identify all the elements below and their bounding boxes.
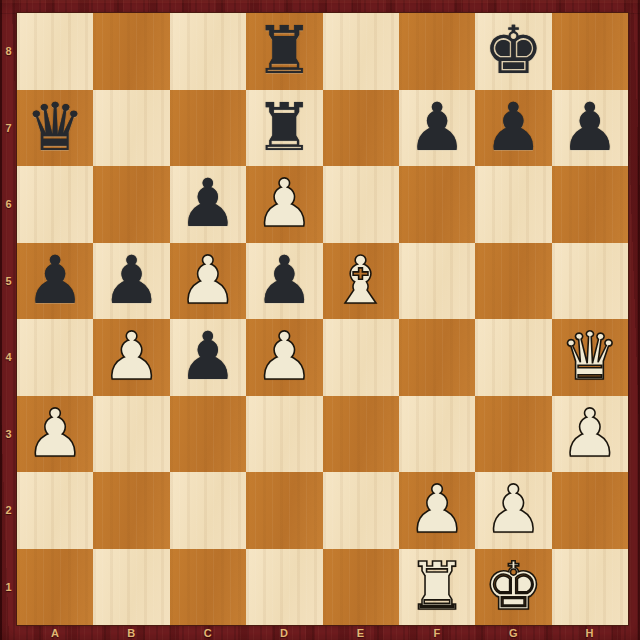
square-f5[interactable] [399, 243, 475, 320]
square-e6[interactable] [323, 166, 399, 243]
square-h7[interactable]: ♟ [552, 90, 628, 167]
square-d3[interactable] [246, 396, 322, 473]
black-king[interactable]: ♚ [484, 13, 543, 89]
file-label-c: C [170, 625, 246, 640]
rank-label-8: 8 [0, 13, 17, 90]
square-d5[interactable]: ♟ [246, 243, 322, 320]
square-e7[interactable] [323, 90, 399, 167]
square-a3[interactable]: ♟ [17, 396, 93, 473]
square-a4[interactable] [17, 319, 93, 396]
square-c7[interactable] [170, 90, 246, 167]
white-pawn[interactable]: ♟ [255, 319, 314, 395]
square-h8[interactable] [552, 13, 628, 90]
square-f1[interactable]: ♜ [399, 549, 475, 626]
square-d2[interactable] [246, 472, 322, 549]
square-c6[interactable]: ♟ [170, 166, 246, 243]
white-pawn[interactable]: ♟ [255, 166, 314, 242]
rank-label-2: 2 [0, 472, 17, 549]
square-g5[interactable] [475, 243, 551, 320]
chess-board-frame: ♜♚♛♜♟♟♟♟♟♟♟♟♟♝♟♟♟♛♟♟♟♟♜♚ 87654321 ABCDEF… [0, 0, 640, 640]
square-b6[interactable] [93, 166, 169, 243]
white-rook[interactable]: ♜ [407, 549, 466, 625]
file-label-d: D [246, 625, 322, 640]
square-c4[interactable]: ♟ [170, 319, 246, 396]
white-pawn[interactable]: ♟ [26, 396, 85, 472]
black-queen[interactable]: ♛ [26, 90, 85, 166]
white-pawn[interactable]: ♟ [407, 472, 466, 548]
square-b3[interactable] [93, 396, 169, 473]
black-pawn[interactable]: ♟ [560, 90, 619, 166]
square-e5[interactable]: ♝ [323, 243, 399, 320]
square-f3[interactable] [399, 396, 475, 473]
black-pawn[interactable]: ♟ [178, 166, 237, 242]
square-e1[interactable] [323, 549, 399, 626]
square-h4[interactable]: ♛ [552, 319, 628, 396]
square-h1[interactable] [552, 549, 628, 626]
rank-label-6: 6 [0, 166, 17, 243]
square-b7[interactable] [93, 90, 169, 167]
square-h6[interactable] [552, 166, 628, 243]
white-bishop[interactable]: ♝ [331, 243, 390, 319]
square-h3[interactable]: ♟ [552, 396, 628, 473]
white-pawn[interactable]: ♟ [560, 396, 619, 472]
square-b8[interactable] [93, 13, 169, 90]
square-c1[interactable] [170, 549, 246, 626]
black-rook[interactable]: ♜ [255, 13, 314, 89]
black-pawn[interactable]: ♟ [255, 243, 314, 319]
square-b4[interactable]: ♟ [93, 319, 169, 396]
square-f8[interactable] [399, 13, 475, 90]
square-g3[interactable] [475, 396, 551, 473]
file-label-e: E [323, 625, 399, 640]
square-d8[interactable]: ♜ [246, 13, 322, 90]
square-g6[interactable] [475, 166, 551, 243]
black-pawn[interactable]: ♟ [484, 90, 543, 166]
square-g2[interactable]: ♟ [475, 472, 551, 549]
white-queen[interactable]: ♛ [560, 319, 619, 395]
square-e4[interactable] [323, 319, 399, 396]
square-d1[interactable] [246, 549, 322, 626]
square-e8[interactable] [323, 13, 399, 90]
square-b1[interactable] [93, 549, 169, 626]
black-rook[interactable]: ♜ [255, 90, 314, 166]
square-d7[interactable]: ♜ [246, 90, 322, 167]
square-g7[interactable]: ♟ [475, 90, 551, 167]
square-f7[interactable]: ♟ [399, 90, 475, 167]
file-label-h: H [552, 625, 628, 640]
file-label-f: F [399, 625, 475, 640]
rank-label-1: 1 [0, 549, 17, 626]
square-c5[interactable]: ♟ [170, 243, 246, 320]
chess-board: ♜♚♛♜♟♟♟♟♟♟♟♟♟♝♟♟♟♛♟♟♟♟♜♚ [17, 13, 628, 625]
square-c8[interactable] [170, 13, 246, 90]
rank-label-4: 4 [0, 319, 17, 396]
square-h5[interactable] [552, 243, 628, 320]
white-pawn[interactable]: ♟ [178, 243, 237, 319]
square-h2[interactable] [552, 472, 628, 549]
white-pawn[interactable]: ♟ [102, 319, 161, 395]
square-e2[interactable] [323, 472, 399, 549]
rank-labels: 87654321 [0, 13, 17, 625]
square-a8[interactable] [17, 13, 93, 90]
file-label-a: A [17, 625, 93, 640]
black-pawn[interactable]: ♟ [178, 319, 237, 395]
square-a2[interactable] [17, 472, 93, 549]
square-c3[interactable] [170, 396, 246, 473]
file-labels: ABCDEFGH [17, 625, 628, 640]
square-a5[interactable]: ♟ [17, 243, 93, 320]
square-a6[interactable] [17, 166, 93, 243]
square-f2[interactable]: ♟ [399, 472, 475, 549]
square-g4[interactable] [475, 319, 551, 396]
black-pawn[interactable]: ♟ [26, 243, 85, 319]
rank-label-5: 5 [0, 243, 17, 320]
file-label-b: B [93, 625, 169, 640]
square-f4[interactable] [399, 319, 475, 396]
file-label-g: G [475, 625, 551, 640]
square-a1[interactable] [17, 549, 93, 626]
square-d4[interactable]: ♟ [246, 319, 322, 396]
square-d6[interactable]: ♟ [246, 166, 322, 243]
black-pawn[interactable]: ♟ [102, 243, 161, 319]
square-b2[interactable] [93, 472, 169, 549]
white-king[interactable]: ♚ [484, 549, 543, 625]
square-a7[interactable]: ♛ [17, 90, 93, 167]
white-pawn[interactable]: ♟ [484, 472, 543, 548]
square-g8[interactable]: ♚ [475, 13, 551, 90]
square-e3[interactable] [323, 396, 399, 473]
square-g1[interactable]: ♚ [475, 549, 551, 626]
square-b5[interactable]: ♟ [93, 243, 169, 320]
rank-label-7: 7 [0, 90, 17, 167]
square-f6[interactable] [399, 166, 475, 243]
black-pawn[interactable]: ♟ [407, 90, 466, 166]
rank-label-3: 3 [0, 396, 17, 473]
square-c2[interactable] [170, 472, 246, 549]
